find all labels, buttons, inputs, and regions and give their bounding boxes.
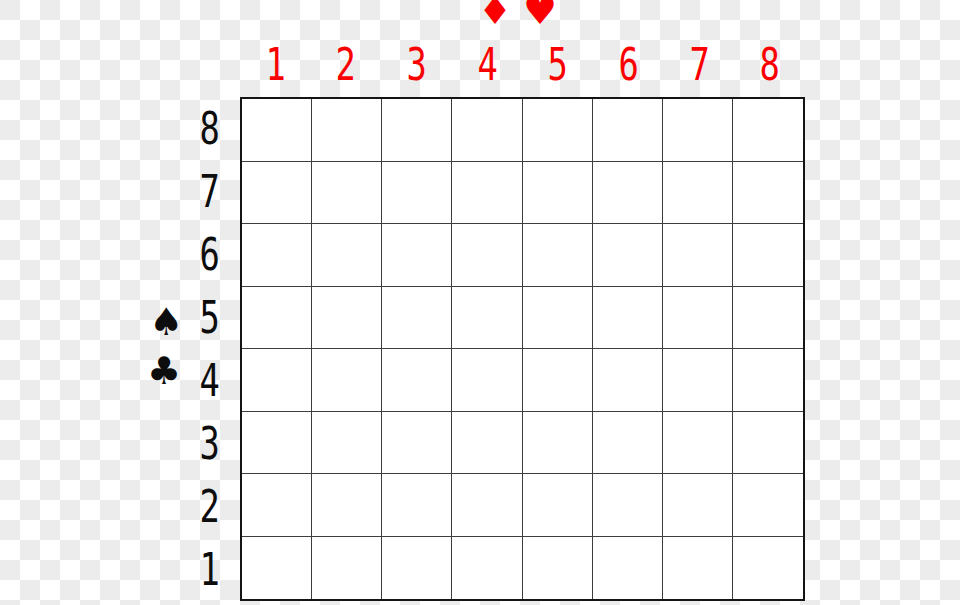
column-label-5: 5 (548, 42, 568, 88)
cell-c4-r1[interactable] (452, 537, 522, 600)
cell-c1-r2[interactable] (242, 474, 312, 537)
cell-c2-r7[interactable] (312, 162, 382, 225)
cell-c8-r3[interactable] (733, 412, 803, 475)
cell-c1-r5[interactable] (242, 287, 312, 350)
cell-c1-r6[interactable] (242, 224, 312, 287)
cell-c7-r7[interactable] (663, 162, 733, 225)
row-label-2: 2 (200, 480, 220, 533)
row-label-7: 7 (200, 165, 220, 218)
diamond-suit-icon: ♦ (475, 0, 515, 32)
cell-c6-r4[interactable] (593, 349, 663, 412)
cell-c5-r7[interactable] (523, 162, 593, 225)
cell-c4-r4[interactable] (452, 349, 522, 412)
cell-c2-r5[interactable] (312, 287, 382, 350)
cell-c2-r3[interactable] (312, 412, 382, 475)
cell-c3-r2[interactable] (382, 474, 452, 537)
column-label-4: 4 (477, 42, 497, 88)
cell-c8-r8[interactable] (733, 99, 803, 162)
column-label-8: 8 (760, 42, 780, 88)
cell-c4-r3[interactable] (452, 412, 522, 475)
column-label-2: 2 (336, 42, 356, 88)
cell-c1-r1[interactable] (242, 537, 312, 600)
cell-c3-r1[interactable] (382, 537, 452, 600)
row-label-1: 1 (200, 543, 220, 596)
cell-c7-r8[interactable] (663, 99, 733, 162)
cell-c3-r7[interactable] (382, 162, 452, 225)
cell-c2-r8[interactable] (312, 99, 382, 162)
cell-c7-r6[interactable] (663, 224, 733, 287)
column-label-1: 1 (265, 42, 285, 88)
heart-suit-icon: ♥ (520, 0, 560, 32)
cell-c5-r1[interactable] (523, 537, 593, 600)
game-board (240, 97, 805, 601)
cell-c2-r6[interactable] (312, 224, 382, 287)
cell-c2-r1[interactable] (312, 537, 382, 600)
cell-c7-r1[interactable] (663, 537, 733, 600)
cell-c5-r2[interactable] (523, 474, 593, 537)
row-label-4: 4 (200, 354, 220, 407)
cell-c6-r5[interactable] (593, 287, 663, 350)
cell-c6-r3[interactable] (593, 412, 663, 475)
row-label-6: 6 (200, 228, 220, 281)
row-label-8: 8 (200, 102, 220, 155)
cell-c3-r4[interactable] (382, 349, 452, 412)
cell-c1-r7[interactable] (242, 162, 312, 225)
cell-c7-r2[interactable] (663, 474, 733, 537)
cell-c4-r6[interactable] (452, 224, 522, 287)
cell-c4-r7[interactable] (452, 162, 522, 225)
cell-c6-r8[interactable] (593, 99, 663, 162)
column-label-3: 3 (406, 42, 426, 88)
cell-c7-r5[interactable] (663, 287, 733, 350)
cell-c4-r8[interactable] (452, 99, 522, 162)
cell-c8-r6[interactable] (733, 224, 803, 287)
cell-c1-r4[interactable] (242, 349, 312, 412)
cell-c1-r3[interactable] (242, 412, 312, 475)
cell-c5-r5[interactable] (523, 287, 593, 350)
cell-c3-r8[interactable] (382, 99, 452, 162)
cell-c4-r2[interactable] (452, 474, 522, 537)
spade-suit-icon: ♠ (146, 301, 186, 343)
cell-c1-r8[interactable] (242, 99, 312, 162)
row-labels: 87654321 (189, 97, 231, 601)
cell-c6-r1[interactable] (593, 537, 663, 600)
cell-c3-r5[interactable] (382, 287, 452, 350)
row-label-3: 3 (200, 417, 220, 470)
club-suit-icon: ♣ (144, 350, 184, 392)
cell-c2-r2[interactable] (312, 474, 382, 537)
column-label-6: 6 (618, 42, 638, 88)
cell-c5-r3[interactable] (523, 412, 593, 475)
cell-c8-r1[interactable] (733, 537, 803, 600)
cell-c8-r5[interactable] (733, 287, 803, 350)
cell-c2-r4[interactable] (312, 349, 382, 412)
cell-c8-r2[interactable] (733, 474, 803, 537)
cell-c5-r6[interactable] (523, 224, 593, 287)
cell-c3-r6[interactable] (382, 224, 452, 287)
cell-c5-r4[interactable] (523, 349, 593, 412)
column-labels: 12345678 (240, 42, 805, 88)
cell-c6-r2[interactable] (593, 474, 663, 537)
cell-c7-r4[interactable] (663, 349, 733, 412)
cell-c4-r5[interactable] (452, 287, 522, 350)
row-label-5: 5 (200, 291, 220, 344)
cell-c8-r7[interactable] (733, 162, 803, 225)
cell-c6-r7[interactable] (593, 162, 663, 225)
cell-c3-r3[interactable] (382, 412, 452, 475)
cell-c6-r6[interactable] (593, 224, 663, 287)
cell-c8-r4[interactable] (733, 349, 803, 412)
cell-c7-r3[interactable] (663, 412, 733, 475)
column-label-7: 7 (689, 42, 709, 88)
board-diagram: ♦ ♥ 12345678 ♠ ♣ 87654321 (0, 0, 960, 605)
cell-c5-r8[interactable] (523, 99, 593, 162)
